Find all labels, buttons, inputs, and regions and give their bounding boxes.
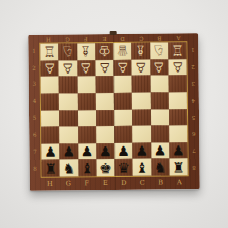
- photo-background: HGFEDCBA HGFEDCBA 12345678 12345678 ♖♘♗♔…: [0, 0, 228, 228]
- white-pawn-piece: ♙: [80, 61, 93, 75]
- square-a4: [169, 92, 187, 109]
- rank-label-1: 1: [188, 41, 197, 58]
- file-label-g: G: [58, 35, 77, 42]
- rank-label-6: 6: [189, 125, 198, 142]
- square-b4: [150, 92, 168, 109]
- square-a1: ♖: [168, 42, 186, 59]
- file-label-e: E: [96, 178, 115, 189]
- square-d4: [114, 93, 132, 110]
- rank-label-6: 6: [30, 127, 39, 144]
- square-g5: [59, 110, 77, 127]
- square-d2: ♙: [113, 59, 131, 76]
- rank-label-2: 2: [188, 58, 197, 75]
- square-b3: [150, 76, 168, 93]
- white-pawn-piece: ♙: [153, 60, 166, 74]
- white-rook-piece: ♖: [43, 45, 56, 59]
- square-e1: ♔: [95, 43, 113, 60]
- square-e4: [96, 93, 114, 110]
- file-label-a: A: [170, 177, 189, 188]
- file-label-f: F: [78, 178, 97, 189]
- square-a8: ♜: [169, 159, 187, 176]
- white-pawn-piece: ♙: [62, 61, 75, 75]
- rank-label-4: 4: [30, 93, 39, 110]
- square-d8: ♛: [114, 159, 132, 176]
- black-pawn-piece: ♟: [81, 144, 94, 158]
- rank-label-8: 8: [31, 161, 40, 178]
- black-pawn-piece: ♟: [44, 145, 57, 159]
- rank-label-1: 1: [29, 43, 38, 60]
- black-knight-piece: ♞: [154, 160, 167, 174]
- square-c4: [132, 92, 150, 109]
- square-d1: ♕: [113, 43, 131, 60]
- square-c3: [132, 76, 150, 93]
- white-bishop-piece: ♗: [134, 44, 147, 58]
- square-a7: ♟: [169, 142, 187, 159]
- rank-label-5: 5: [189, 109, 198, 126]
- black-rook-piece: ♜: [172, 160, 185, 174]
- square-b8: ♞: [151, 159, 169, 176]
- file-label-f: F: [76, 35, 95, 42]
- white-pawn-piece: ♙: [98, 61, 111, 75]
- file-label-b: B: [150, 34, 169, 41]
- square-g7: ♟: [60, 143, 78, 160]
- square-g6: [59, 127, 77, 144]
- square-e3: [95, 76, 113, 93]
- square-e8: ♚: [96, 159, 114, 176]
- white-pawn-piece: ♙: [135, 61, 148, 75]
- rank-label-2: 2: [29, 60, 38, 77]
- rank-label-3: 3: [189, 75, 198, 92]
- square-h5: [41, 110, 59, 127]
- rank-label-3: 3: [30, 77, 39, 94]
- rank-label-7: 7: [189, 142, 198, 159]
- black-bishop-piece: ♝: [136, 160, 149, 174]
- square-g8: ♞: [60, 160, 78, 177]
- square-c5: [132, 109, 150, 126]
- rank-labels-left: 12345678: [29, 43, 39, 178]
- white-rook-piece: ♖: [171, 44, 184, 58]
- square-c2: ♙: [132, 59, 150, 76]
- rank-label-8: 8: [189, 159, 198, 176]
- square-h6: [41, 127, 59, 144]
- file-label-b: B: [152, 177, 171, 188]
- file-label-d: D: [115, 178, 134, 189]
- square-f2: ♙: [77, 60, 95, 77]
- black-queen-piece: ♛: [117, 161, 130, 175]
- square-h8: ♜: [42, 160, 60, 177]
- square-f1: ♗: [77, 43, 95, 60]
- square-h3: [41, 77, 59, 94]
- square-c8: ♝: [133, 159, 151, 176]
- white-pawn-piece: ♙: [116, 61, 129, 75]
- square-f4: [77, 93, 95, 110]
- square-e6: [96, 126, 114, 143]
- black-king-piece: ♚: [99, 161, 112, 175]
- square-a6: [169, 125, 187, 142]
- file-label-g: G: [59, 178, 78, 189]
- square-b6: [151, 126, 169, 143]
- file-label-e: E: [95, 35, 114, 42]
- square-a5: [169, 109, 187, 126]
- white-king-piece: ♔: [98, 44, 111, 58]
- square-d3: [114, 76, 132, 93]
- black-pawn-piece: ♟: [135, 144, 148, 158]
- square-e7: ♟: [96, 143, 114, 160]
- white-bishop-piece: ♗: [80, 45, 93, 59]
- black-pawn-piece: ♟: [99, 144, 112, 158]
- square-e2: ♙: [95, 60, 113, 77]
- black-pawn-piece: ♟: [62, 144, 75, 158]
- square-f8: ♝: [78, 160, 96, 177]
- file-label-h: H: [41, 179, 60, 190]
- square-h4: [41, 93, 59, 110]
- chess-board: HGFEDCBA HGFEDCBA 12345678 12345678 ♖♘♗♔…: [28, 33, 200, 191]
- square-d7: ♟: [114, 143, 132, 160]
- rank-label-5: 5: [30, 110, 39, 127]
- square-h2: ♙: [40, 60, 58, 77]
- black-pawn-piece: ♟: [172, 143, 185, 157]
- square-a2: ♙: [168, 59, 186, 76]
- square-g1: ♘: [59, 43, 77, 60]
- file-label-h: H: [39, 35, 58, 42]
- square-f6: [78, 126, 96, 143]
- rank-label-7: 7: [30, 144, 39, 161]
- square-f7: ♟: [78, 143, 96, 160]
- square-e5: [96, 110, 114, 127]
- file-label-c: C: [133, 178, 152, 189]
- white-knight-piece: ♘: [153, 44, 166, 58]
- square-a3: [168, 75, 186, 92]
- square-f3: [77, 76, 95, 93]
- black-pawn-piece: ♟: [154, 144, 167, 158]
- white-knight-piece: ♘: [61, 45, 74, 59]
- square-b2: ♙: [150, 59, 168, 76]
- black-bishop-piece: ♝: [81, 161, 94, 175]
- black-knight-piece: ♞: [63, 161, 76, 175]
- square-d6: [114, 126, 132, 143]
- square-d5: [114, 109, 132, 126]
- rank-label-4: 4: [189, 92, 198, 109]
- square-g4: [59, 93, 77, 110]
- rank-labels-right: 12345678: [188, 41, 198, 176]
- square-h7: ♟: [41, 143, 59, 160]
- square-c1: ♗: [132, 43, 150, 60]
- square-h1: ♖: [40, 44, 58, 61]
- file-label-a: A: [169, 34, 188, 41]
- white-queen-piece: ♕: [116, 44, 129, 58]
- white-pawn-piece: ♙: [171, 60, 184, 74]
- square-g2: ♙: [59, 60, 77, 77]
- white-pawn-piece: ♙: [43, 62, 56, 76]
- file-label-d: D: [113, 34, 132, 41]
- square-c7: ♟: [133, 142, 151, 159]
- square-b7: ♟: [151, 142, 169, 159]
- square-g3: [59, 77, 77, 94]
- black-rook-piece: ♜: [44, 161, 57, 175]
- square-b1: ♘: [150, 42, 168, 59]
- square-c6: [132, 126, 150, 143]
- square-f5: [77, 110, 95, 127]
- file-label-c: C: [132, 34, 151, 41]
- square-b5: [150, 109, 168, 126]
- black-pawn-piece: ♟: [117, 144, 130, 158]
